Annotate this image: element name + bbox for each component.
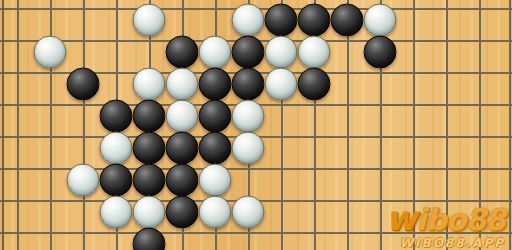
intersection-c13-r6[interactable]: [430, 184, 463, 216]
intersection-c2-r7[interactable]: [67, 216, 100, 248]
intersection-c11-r4[interactable]: [364, 120, 397, 152]
intersection-c15-r6[interactable]: [496, 184, 512, 216]
intersection-c13-r1[interactable]: [430, 24, 463, 56]
intersection-c15-r1[interactable]: [496, 24, 512, 56]
intersection-c6-r0[interactable]: [199, 0, 232, 24]
intersection-c7-r0[interactable]: [232, 0, 265, 24]
intersection-c3-r4[interactable]: [100, 120, 133, 152]
intersection-c12-r4[interactable]: [397, 120, 430, 152]
intersection-c12-r2[interactable]: [397, 56, 430, 88]
intersection-c7-r1[interactable]: [232, 24, 265, 56]
intersection-c5-r7[interactable]: [166, 216, 199, 248]
intersection-c8-r3[interactable]: [265, 88, 298, 120]
intersection-c4-r5[interactable]: [133, 152, 166, 184]
intersection-c1-r2[interactable]: [34, 56, 67, 88]
intersection-c12-r6[interactable]: [397, 184, 430, 216]
intersection-c10-r3[interactable]: [331, 88, 364, 120]
intersection-c14-r2[interactable]: [463, 56, 496, 88]
intersection-c13-r4[interactable]: [430, 120, 463, 152]
intersection-c2-r6[interactable]: [67, 184, 100, 216]
intersection-c6-r3[interactable]: [199, 88, 232, 120]
board-intersections: [1, 0, 512, 248]
intersection-c1-r0[interactable]: [34, 0, 67, 24]
intersection-c12-r7[interactable]: [397, 216, 430, 248]
intersection-c0-r2[interactable]: [1, 56, 34, 88]
intersection-c15-r3[interactable]: [496, 88, 512, 120]
intersection-c9-r6[interactable]: [298, 184, 331, 216]
intersection-c4-r2[interactable]: [133, 56, 166, 88]
intersection-c4-r0[interactable]: [133, 0, 166, 24]
intersection-c13-r3[interactable]: [430, 88, 463, 120]
intersection-c9-r7[interactable]: [298, 216, 331, 248]
intersection-c6-r1[interactable]: [199, 24, 232, 56]
intersection-c3-r5[interactable]: [100, 152, 133, 184]
intersection-c2-r4[interactable]: [67, 120, 100, 152]
intersection-c5-r6[interactable]: [166, 184, 199, 216]
intersection-c12-r3[interactable]: [397, 88, 430, 120]
intersection-c5-r0[interactable]: [166, 0, 199, 24]
intersection-c1-r4[interactable]: [34, 120, 67, 152]
intersection-c6-r2[interactable]: [199, 56, 232, 88]
intersection-c14-r1[interactable]: [463, 24, 496, 56]
intersection-c8-r0[interactable]: [265, 0, 298, 24]
intersection-c10-r0[interactable]: [331, 0, 364, 24]
intersection-c3-r7[interactable]: [100, 216, 133, 248]
intersection-c0-r6[interactable]: [1, 184, 34, 216]
intersection-c5-r2[interactable]: [166, 56, 199, 88]
intersection-c2-r2[interactable]: [67, 56, 100, 88]
intersection-c7-r5[interactable]: [232, 152, 265, 184]
intersection-c11-r2[interactable]: [364, 56, 397, 88]
intersection-c12-r5[interactable]: [397, 152, 430, 184]
intersection-c9-r3[interactable]: [298, 88, 331, 120]
intersection-c1-r1[interactable]: [34, 24, 67, 56]
intersection-c11-r7[interactable]: [364, 216, 397, 248]
intersection-c3-r6[interactable]: [100, 184, 133, 216]
intersection-c7-r6[interactable]: [232, 184, 265, 216]
intersection-c8-r6[interactable]: [265, 184, 298, 216]
intersection-c13-r5[interactable]: [430, 152, 463, 184]
intersection-c4-r1[interactable]: [133, 24, 166, 56]
intersection-c14-r5[interactable]: [463, 152, 496, 184]
intersection-c0-r3[interactable]: [1, 88, 34, 120]
intersection-c10-r7[interactable]: [331, 216, 364, 248]
intersection-c13-r7[interactable]: [430, 216, 463, 248]
intersection-c6-r6[interactable]: [199, 184, 232, 216]
intersection-c11-r5[interactable]: [364, 152, 397, 184]
intersection-c7-r4[interactable]: [232, 120, 265, 152]
intersection-c8-r2[interactable]: [265, 56, 298, 88]
intersection-c1-r6[interactable]: [34, 184, 67, 216]
intersection-c4-r7[interactable]: [133, 216, 166, 248]
intersection-c15-r7[interactable]: [496, 216, 512, 248]
intersection-c0-r4[interactable]: [1, 120, 34, 152]
intersection-c4-r4[interactable]: [133, 120, 166, 152]
gomoku-board: wibo88 WIBO88.APP: [0, 0, 512, 250]
intersection-c10-r2[interactable]: [331, 56, 364, 88]
intersection-c5-r1[interactable]: [166, 24, 199, 56]
intersection-c2-r1[interactable]: [67, 24, 100, 56]
intersection-c7-r3[interactable]: [232, 88, 265, 120]
intersection-c5-r3[interactable]: [166, 88, 199, 120]
intersection-c10-r5[interactable]: [331, 152, 364, 184]
intersection-c0-r1[interactable]: [1, 24, 34, 56]
intersection-c3-r0[interactable]: [100, 0, 133, 24]
intersection-c14-r0[interactable]: [463, 0, 496, 24]
intersection-c15-r5[interactable]: [496, 152, 512, 184]
intersection-c0-r7[interactable]: [1, 216, 34, 248]
intersection-c11-r6[interactable]: [364, 184, 397, 216]
intersection-c5-r4[interactable]: [166, 120, 199, 152]
intersection-c1-r5[interactable]: [34, 152, 67, 184]
intersection-c8-r5[interactable]: [265, 152, 298, 184]
intersection-c2-r5[interactable]: [67, 152, 100, 184]
intersection-c10-r4[interactable]: [331, 120, 364, 152]
intersection-c10-r1[interactable]: [331, 24, 364, 56]
intersection-c9-r1[interactable]: [298, 24, 331, 56]
intersection-c15-r2[interactable]: [496, 56, 512, 88]
intersection-c1-r7[interactable]: [34, 216, 67, 248]
intersection-c12-r0[interactable]: [397, 0, 430, 24]
black-stone: [133, 228, 166, 250]
intersection-c11-r0[interactable]: [364, 0, 397, 24]
intersection-c14-r7[interactable]: [463, 216, 496, 248]
intersection-c14-r4[interactable]: [463, 120, 496, 152]
intersection-c8-r7[interactable]: [265, 216, 298, 248]
intersection-c5-r5[interactable]: [166, 152, 199, 184]
intersection-c14-r6[interactable]: [463, 184, 496, 216]
intersection-c7-r7[interactable]: [232, 216, 265, 248]
intersection-c13-r0[interactable]: [430, 0, 463, 24]
intersection-c6-r4[interactable]: [199, 120, 232, 152]
intersection-c10-r6[interactable]: [331, 184, 364, 216]
intersection-c15-r0[interactable]: [496, 0, 512, 24]
intersection-c9-r2[interactable]: [298, 56, 331, 88]
intersection-c2-r3[interactable]: [67, 88, 100, 120]
intersection-c2-r0[interactable]: [67, 0, 100, 24]
intersection-c11-r1[interactable]: [364, 24, 397, 56]
intersection-c6-r7[interactable]: [199, 216, 232, 248]
intersection-c9-r4[interactable]: [298, 120, 331, 152]
intersection-c3-r1[interactable]: [100, 24, 133, 56]
intersection-c14-r3[interactable]: [463, 88, 496, 120]
intersection-c0-r5[interactable]: [1, 152, 34, 184]
intersection-c4-r3[interactable]: [133, 88, 166, 120]
intersection-c6-r5[interactable]: [199, 152, 232, 184]
intersection-c12-r1[interactable]: [397, 24, 430, 56]
intersection-c9-r0[interactable]: [298, 0, 331, 24]
intersection-c3-r3[interactable]: [100, 88, 133, 120]
intersection-c15-r4[interactable]: [496, 120, 512, 152]
intersection-c1-r3[interactable]: [34, 88, 67, 120]
intersection-c8-r4[interactable]: [265, 120, 298, 152]
intersection-c11-r3[interactable]: [364, 88, 397, 120]
intersection-c13-r2[interactable]: [430, 56, 463, 88]
intersection-c9-r5[interactable]: [298, 152, 331, 184]
intersection-c7-r2[interactable]: [232, 56, 265, 88]
intersection-c8-r1[interactable]: [265, 24, 298, 56]
intersection-c3-r2[interactable]: [100, 56, 133, 88]
intersection-c4-r6[interactable]: [133, 184, 166, 216]
intersection-c0-r0[interactable]: [1, 0, 34, 24]
